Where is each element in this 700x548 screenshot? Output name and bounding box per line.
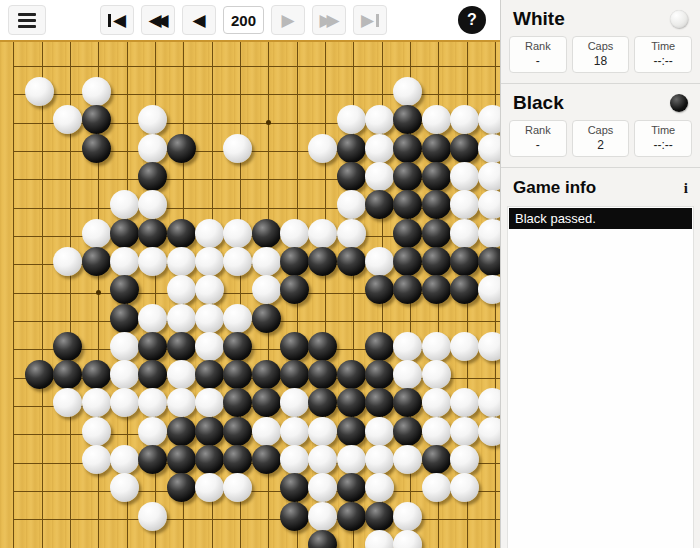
- white-time-box: Time--:--: [634, 36, 692, 73]
- stone-white: [450, 219, 479, 248]
- double-back-icon: ◀◀: [148, 12, 162, 29]
- grid-line-vertical: [42, 42, 43, 548]
- stone-black: [393, 417, 422, 446]
- stone-white: [110, 360, 139, 389]
- step-back-button[interactable]: ◀: [182, 5, 216, 35]
- stone-black: [138, 162, 167, 191]
- black-player-section: Black Rank- Caps2 Time--:--: [501, 84, 700, 167]
- stone-black: [393, 105, 422, 134]
- stone-white: [337, 105, 366, 134]
- stone-black: [422, 162, 451, 191]
- stone-white: [450, 388, 479, 417]
- info-icon[interactable]: i: [684, 180, 688, 197]
- stone-white: [110, 388, 139, 417]
- stone-black: [337, 162, 366, 191]
- stone-white: [223, 304, 252, 333]
- stone-black: [365, 360, 394, 389]
- stone-white: [53, 388, 82, 417]
- skip-end-bar-icon: [376, 14, 379, 27]
- stone-white: [167, 304, 196, 333]
- stone-white: [195, 304, 224, 333]
- stone-white: [195, 275, 224, 304]
- stone-black: [450, 134, 479, 163]
- stone-white: [167, 360, 196, 389]
- move-navigation: ◀ ◀◀ ◀ 200 ▶ ▶▶ ▶: [100, 5, 387, 35]
- stone-white: [53, 247, 82, 276]
- skip-to-end-button[interactable]: ▶: [353, 5, 387, 35]
- stone-white: [308, 502, 337, 531]
- black-time-box: Time--:--: [634, 120, 692, 157]
- stone-black: [110, 304, 139, 333]
- stone-white: [365, 162, 394, 191]
- message-area: Black passed.: [507, 206, 694, 548]
- help-button[interactable]: ?: [458, 6, 486, 34]
- stone-black: [223, 417, 252, 446]
- forward-triangle-icon: ▶: [361, 12, 374, 29]
- stone-black: [110, 219, 139, 248]
- star-point: [266, 120, 271, 125]
- stone-white: [450, 473, 479, 502]
- stone-black: [422, 190, 451, 219]
- stone-white: [365, 417, 394, 446]
- white-player-name: White: [513, 8, 565, 30]
- stone-white: [82, 417, 111, 446]
- stone-black: [393, 190, 422, 219]
- grid-line-vertical: [13, 42, 14, 548]
- stone-white: [393, 360, 422, 389]
- stone-white: [110, 445, 139, 474]
- stone-white: [337, 219, 366, 248]
- back-icon: ◀: [192, 12, 205, 29]
- stone-black: [393, 275, 422, 304]
- stone-black: [53, 332, 82, 361]
- stone-black: [195, 445, 224, 474]
- stone-black: [252, 304, 281, 333]
- stone-black: [82, 105, 111, 134]
- stone-white: [223, 134, 252, 163]
- stone-white: [422, 360, 451, 389]
- stone-black: [195, 417, 224, 446]
- stone-black: [393, 388, 422, 417]
- stone-white: [422, 417, 451, 446]
- stone-white: [422, 105, 451, 134]
- black-rank-box: Rank-: [509, 120, 567, 157]
- stone-white: [110, 332, 139, 361]
- stone-black: [167, 134, 196, 163]
- stone-black: [195, 360, 224, 389]
- stone-black: [337, 417, 366, 446]
- stone-black: [252, 360, 281, 389]
- stone-white: [110, 190, 139, 219]
- stone-black: [138, 360, 167, 389]
- stone-black: [450, 247, 479, 276]
- stone-white: [195, 247, 224, 276]
- stone-black: [167, 445, 196, 474]
- stone-black: [337, 502, 366, 531]
- stone-white: [223, 219, 252, 248]
- stone-white: [82, 219, 111, 248]
- stone-black: [337, 360, 366, 389]
- stone-white: [82, 388, 111, 417]
- stone-white: [450, 445, 479, 474]
- stone-black: [308, 332, 337, 361]
- stone-white: [167, 247, 196, 276]
- stone-white: [422, 473, 451, 502]
- stone-white: [53, 105, 82, 134]
- stone-white: [82, 445, 111, 474]
- stone-black: [393, 247, 422, 276]
- stone-white: [308, 219, 337, 248]
- stone-black: [422, 445, 451, 474]
- stone-white: [252, 247, 281, 276]
- stone-black: [280, 360, 309, 389]
- stone-white: [138, 190, 167, 219]
- stone-white: [337, 445, 366, 474]
- stone-black: [167, 473, 196, 502]
- stone-white: [450, 162, 479, 191]
- go-board[interactable]: [0, 40, 500, 548]
- stone-white: [223, 247, 252, 276]
- stone-white: [280, 417, 309, 446]
- stone-white: [82, 77, 111, 106]
- stone-white: [110, 473, 139, 502]
- stone-black: [337, 134, 366, 163]
- stone-black: [450, 275, 479, 304]
- stone-black: [337, 388, 366, 417]
- stone-white: [365, 473, 394, 502]
- stone-white: [365, 530, 394, 548]
- game-info-header: Game info i: [501, 168, 700, 206]
- skip-start-bar-icon: [108, 14, 111, 27]
- star-point: [96, 290, 101, 295]
- grid-line-horizontal: [13, 519, 500, 520]
- stone-black: [308, 247, 337, 276]
- stone-white: [478, 162, 500, 191]
- black-player-stats: Rank- Caps2 Time--:--: [501, 118, 700, 167]
- white-rank-box: Rank-: [509, 36, 567, 73]
- stone-white: [25, 77, 54, 106]
- stone-white: [478, 275, 500, 304]
- stone-black: [422, 275, 451, 304]
- stone-white: [393, 530, 422, 548]
- app-window: ◀ ◀◀ ◀ 200 ▶ ▶▶ ▶ ? White: [0, 0, 700, 548]
- stone-white: [393, 77, 422, 106]
- fast-forward-button[interactable]: ▶▶: [312, 5, 346, 35]
- stone-black: [280, 502, 309, 531]
- stone-black: [393, 219, 422, 248]
- stone-black: [53, 360, 82, 389]
- stone-white: [167, 275, 196, 304]
- stone-white: [450, 105, 479, 134]
- stone-white: [223, 473, 252, 502]
- stone-black: [365, 388, 394, 417]
- stone-black: [223, 360, 252, 389]
- stone-black: [82, 360, 111, 389]
- white-player-stats: Rank- Caps18 Time--:--: [501, 34, 700, 83]
- stone-white: [478, 417, 500, 446]
- stone-white: [450, 417, 479, 446]
- stone-white: [365, 445, 394, 474]
- stone-black: [223, 445, 252, 474]
- stone-white: [478, 332, 500, 361]
- stone-black: [422, 247, 451, 276]
- stone-white: [252, 417, 281, 446]
- stone-white: [393, 332, 422, 361]
- stone-white: [337, 190, 366, 219]
- double-forward-icon: ▶▶: [319, 12, 333, 29]
- stone-black: [280, 332, 309, 361]
- stone-white: [280, 388, 309, 417]
- stone-white: [365, 247, 394, 276]
- stone-black: [167, 417, 196, 446]
- stone-black: [25, 360, 54, 389]
- step-forward-button[interactable]: ▶: [271, 5, 305, 35]
- stone-black: [252, 445, 281, 474]
- stone-white: [478, 134, 500, 163]
- stone-white: [308, 445, 337, 474]
- black-stone-icon: [670, 94, 688, 112]
- stone-white: [195, 219, 224, 248]
- white-stone-icon: [670, 10, 688, 28]
- status-message: Black passed.: [509, 208, 692, 229]
- stone-black: [280, 275, 309, 304]
- stone-black: [167, 219, 196, 248]
- stone-black: [308, 360, 337, 389]
- stone-black: [138, 332, 167, 361]
- stone-black: [308, 530, 337, 548]
- game-info-title: Game info: [513, 178, 596, 198]
- stone-black: [393, 162, 422, 191]
- stone-black: [422, 134, 451, 163]
- hamburger-icon: [18, 13, 36, 28]
- stone-black: [422, 219, 451, 248]
- stone-black: [365, 275, 394, 304]
- stone-white: [393, 445, 422, 474]
- stone-black: [280, 247, 309, 276]
- stone-white: [252, 275, 281, 304]
- stone-black: [167, 332, 196, 361]
- stone-black: [223, 388, 252, 417]
- menu-icon[interactable]: [8, 5, 46, 35]
- stone-white: [138, 417, 167, 446]
- stone-white: [195, 388, 224, 417]
- black-player-name: Black: [513, 92, 564, 114]
- stone-white: [138, 134, 167, 163]
- side-panel: White Rank- Caps18 Time--:-- Black: [500, 0, 700, 548]
- stone-black: [365, 332, 394, 361]
- stone-white: [450, 190, 479, 219]
- stone-black: [82, 134, 111, 163]
- stone-white: [138, 247, 167, 276]
- stone-black: [110, 275, 139, 304]
- stone-black: [280, 473, 309, 502]
- stone-white: [308, 134, 337, 163]
- stone-white: [365, 105, 394, 134]
- stone-white: [138, 105, 167, 134]
- stone-white: [478, 190, 500, 219]
- white-caps-box: Caps18: [572, 36, 630, 73]
- stone-white: [195, 332, 224, 361]
- stone-white: [138, 502, 167, 531]
- stone-white: [110, 247, 139, 276]
- stone-white: [308, 473, 337, 502]
- stone-black: [308, 388, 337, 417]
- toolbar: ◀ ◀◀ ◀ 200 ▶ ▶▶ ▶ ?: [0, 0, 500, 40]
- stone-black: [82, 247, 111, 276]
- stone-white: [308, 417, 337, 446]
- stone-black: [252, 219, 281, 248]
- stone-white: [365, 134, 394, 163]
- stone-black: [337, 473, 366, 502]
- white-player-section: White Rank- Caps18 Time--:--: [501, 0, 700, 83]
- black-caps-box: Caps2: [572, 120, 630, 157]
- stone-white: [478, 388, 500, 417]
- stone-black: [365, 502, 394, 531]
- stone-black: [393, 134, 422, 163]
- stone-black: [337, 247, 366, 276]
- stone-black: [365, 190, 394, 219]
- stone-white: [450, 332, 479, 361]
- stone-black: [252, 388, 281, 417]
- stone-black: [223, 332, 252, 361]
- stone-black: [478, 247, 500, 276]
- stone-black: [138, 445, 167, 474]
- stone-black: [138, 219, 167, 248]
- stone-white: [167, 388, 196, 417]
- stone-white: [478, 219, 500, 248]
- forward-icon: ▶: [281, 12, 294, 29]
- stone-white: [393, 502, 422, 531]
- back-triangle-icon: ◀: [113, 12, 126, 29]
- grid-line-horizontal: [13, 66, 500, 67]
- move-number[interactable]: 200: [223, 6, 264, 34]
- stone-white: [138, 388, 167, 417]
- skip-to-start-button[interactable]: ◀: [100, 5, 134, 35]
- stone-white: [478, 105, 500, 134]
- stone-white: [422, 332, 451, 361]
- stone-white: [195, 473, 224, 502]
- fast-rewind-button[interactable]: ◀◀: [141, 5, 175, 35]
- stone-white: [138, 304, 167, 333]
- stone-white: [280, 445, 309, 474]
- stone-white: [280, 219, 309, 248]
- stone-white: [422, 388, 451, 417]
